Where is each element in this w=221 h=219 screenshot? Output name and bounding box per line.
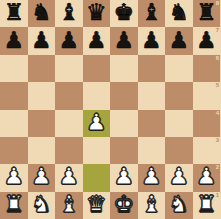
- square-c8[interactable]: ♝: [55, 0, 83, 27]
- square-b6[interactable]: [28, 55, 56, 82]
- black-knight[interactable]: ♞: [168, 1, 189, 24]
- square-h8[interactable]: 8♜: [193, 0, 221, 27]
- square-h4[interactable]: 4: [193, 110, 221, 137]
- square-h2[interactable]: 2♟: [193, 164, 221, 191]
- white-rook[interactable]: ♜: [3, 193, 24, 216]
- black-pawn[interactable]: ♟: [3, 29, 24, 52]
- black-rook[interactable]: ♜: [196, 1, 217, 24]
- black-pawn[interactable]: ♟: [113, 29, 134, 52]
- white-pawn[interactable]: ♟: [113, 165, 134, 188]
- square-a6[interactable]: [0, 55, 28, 82]
- black-rook[interactable]: ♜: [3, 1, 24, 24]
- square-d5[interactable]: [83, 82, 111, 109]
- square-a1[interactable]: ♜: [0, 192, 28, 219]
- square-g2[interactable]: ♟: [165, 164, 193, 191]
- square-h6[interactable]: 6: [193, 55, 221, 82]
- square-a2[interactable]: ♟: [0, 164, 28, 191]
- white-knight[interactable]: ♞: [31, 193, 52, 216]
- square-f4[interactable]: [138, 110, 166, 137]
- square-e6[interactable]: [110, 55, 138, 82]
- square-a4[interactable]: [0, 110, 28, 137]
- square-d8[interactable]: ♛: [83, 0, 111, 27]
- square-d7[interactable]: ♟: [83, 27, 111, 54]
- black-queen[interactable]: ♛: [86, 1, 107, 24]
- square-e7[interactable]: ♟: [110, 27, 138, 54]
- white-bishop[interactable]: ♝: [141, 193, 162, 216]
- square-e5[interactable]: [110, 82, 138, 109]
- black-pawn[interactable]: ♟: [168, 29, 189, 52]
- square-c6[interactable]: [55, 55, 83, 82]
- black-knight[interactable]: ♞: [31, 1, 52, 24]
- square-h3[interactable]: 3: [193, 137, 221, 164]
- square-b1[interactable]: ♞: [28, 192, 56, 219]
- square-c3[interactable]: [55, 137, 83, 164]
- square-g4[interactable]: [165, 110, 193, 137]
- rank-label-6: 6: [216, 55, 219, 62]
- black-pawn[interactable]: ♟: [31, 29, 52, 52]
- white-rook[interactable]: ♜: [196, 193, 217, 216]
- square-h1[interactable]: 1♜: [193, 192, 221, 219]
- square-g3[interactable]: [165, 137, 193, 164]
- square-e1[interactable]: ♚: [110, 192, 138, 219]
- square-a7[interactable]: ♟: [0, 27, 28, 54]
- square-a3[interactable]: [0, 137, 28, 164]
- square-g1[interactable]: ♞: [165, 192, 193, 219]
- square-f1[interactable]: ♝: [138, 192, 166, 219]
- white-bishop[interactable]: ♝: [58, 193, 79, 216]
- square-g5[interactable]: [165, 82, 193, 109]
- white-pawn[interactable]: ♟: [196, 165, 217, 188]
- square-b2[interactable]: ♟: [28, 164, 56, 191]
- white-pawn[interactable]: ♟: [31, 165, 52, 188]
- square-b5[interactable]: [28, 82, 56, 109]
- white-pawn[interactable]: ♟: [141, 165, 162, 188]
- square-h5[interactable]: 5: [193, 82, 221, 109]
- square-a5[interactable]: [0, 82, 28, 109]
- rank-label-5: 5: [216, 82, 219, 89]
- white-king[interactable]: ♚: [113, 193, 134, 216]
- square-d6[interactable]: [83, 55, 111, 82]
- square-b3[interactable]: [28, 137, 56, 164]
- black-pawn[interactable]: ♟: [86, 29, 107, 52]
- square-e8[interactable]: ♚: [110, 0, 138, 27]
- black-pawn[interactable]: ♟: [141, 29, 162, 52]
- square-c1[interactable]: ♝: [55, 192, 83, 219]
- white-queen[interactable]: ♛: [86, 193, 107, 216]
- square-f8[interactable]: ♝: [138, 0, 166, 27]
- square-g6[interactable]: [165, 55, 193, 82]
- white-pawn[interactable]: ♟: [58, 165, 79, 188]
- white-pawn[interactable]: ♟: [86, 111, 107, 134]
- black-king[interactable]: ♚: [113, 1, 134, 24]
- square-f7[interactable]: ♟: [138, 27, 166, 54]
- square-a8[interactable]: ♜: [0, 0, 28, 27]
- square-h7[interactable]: 7♟: [193, 27, 221, 54]
- square-f2[interactable]: ♟: [138, 164, 166, 191]
- square-d2[interactable]: [83, 164, 111, 191]
- square-c4[interactable]: [55, 110, 83, 137]
- black-pawn[interactable]: ♟: [196, 29, 217, 52]
- white-pawn[interactable]: ♟: [168, 165, 189, 188]
- square-f3[interactable]: [138, 137, 166, 164]
- square-e4[interactable]: [110, 110, 138, 137]
- square-c7[interactable]: ♟: [55, 27, 83, 54]
- square-d4[interactable]: ♟: [83, 110, 111, 137]
- chess-board: ♜♞♝♛♚♝♞8♜♟♟♟♟♟♟♟7♟65♟43♟♟♟♟♟♟2♟♜♞♝♛♚♝♞1♜: [0, 0, 220, 219]
- square-c2[interactable]: ♟: [55, 164, 83, 191]
- square-d1[interactable]: ♛: [83, 192, 111, 219]
- white-knight[interactable]: ♞: [168, 193, 189, 216]
- square-g8[interactable]: ♞: [165, 0, 193, 27]
- square-d3[interactable]: [83, 137, 111, 164]
- square-b4[interactable]: [28, 110, 56, 137]
- square-e3[interactable]: [110, 137, 138, 164]
- square-b7[interactable]: ♟: [28, 27, 56, 54]
- rank-label-3: 3: [216, 137, 219, 144]
- white-pawn[interactable]: ♟: [3, 165, 24, 188]
- black-pawn[interactable]: ♟: [58, 29, 79, 52]
- square-f6[interactable]: [138, 55, 166, 82]
- rank-label-4: 4: [216, 110, 219, 117]
- black-bishop[interactable]: ♝: [141, 1, 162, 24]
- square-g7[interactable]: ♟: [165, 27, 193, 54]
- square-f5[interactable]: [138, 82, 166, 109]
- square-c5[interactable]: [55, 82, 83, 109]
- square-e2[interactable]: ♟: [110, 164, 138, 191]
- black-bishop[interactable]: ♝: [58, 1, 79, 24]
- square-b8[interactable]: ♞: [28, 0, 56, 27]
